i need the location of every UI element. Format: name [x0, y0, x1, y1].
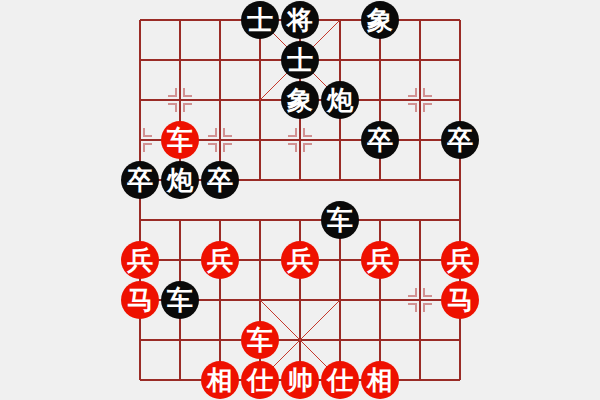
red-advisor[interactable]: 仕 [321, 361, 359, 399]
red-general[interactable]: 帅 [281, 361, 319, 399]
red-horse[interactable]: 马 [441, 281, 479, 319]
black-elephant[interactable]: 象 [281, 81, 319, 119]
black-elephant[interactable]: 象 [361, 1, 399, 39]
red-elephant[interactable]: 相 [201, 361, 239, 399]
black-soldier[interactable]: 卒 [361, 121, 399, 159]
black-soldier[interactable]: 卒 [441, 121, 479, 159]
black-chariot[interactable]: 车 [161, 281, 199, 319]
red-chariot[interactable]: 车 [161, 121, 199, 159]
black-chariot[interactable]: 车 [321, 201, 359, 239]
red-soldier[interactable]: 兵 [201, 241, 239, 279]
black-soldier[interactable]: 卒 [121, 161, 159, 199]
xiangqi-board-screenshot: 士将象士象炮车卒卒卒炮卒车兵兵兵兵兵马车马车相仕帅仕相 [0, 0, 600, 400]
red-advisor[interactable]: 仕 [241, 361, 279, 399]
black-general[interactable]: 将 [281, 1, 319, 39]
black-cannon[interactable]: 炮 [321, 81, 359, 119]
red-soldier[interactable]: 兵 [121, 241, 159, 279]
red-elephant[interactable]: 相 [361, 361, 399, 399]
red-soldier[interactable]: 兵 [441, 241, 479, 279]
red-soldier[interactable]: 兵 [281, 241, 319, 279]
board: 士将象士象炮车卒卒卒炮卒车兵兵兵兵兵马车马车相仕帅仕相 [120, 0, 480, 400]
black-advisor[interactable]: 士 [281, 41, 319, 79]
red-soldier[interactable]: 兵 [361, 241, 399, 279]
black-advisor[interactable]: 士 [241, 1, 279, 39]
red-chariot[interactable]: 车 [241, 321, 279, 359]
red-horse[interactable]: 马 [121, 281, 159, 319]
black-soldier[interactable]: 卒 [201, 161, 239, 199]
black-cannon[interactable]: 炮 [161, 161, 199, 199]
